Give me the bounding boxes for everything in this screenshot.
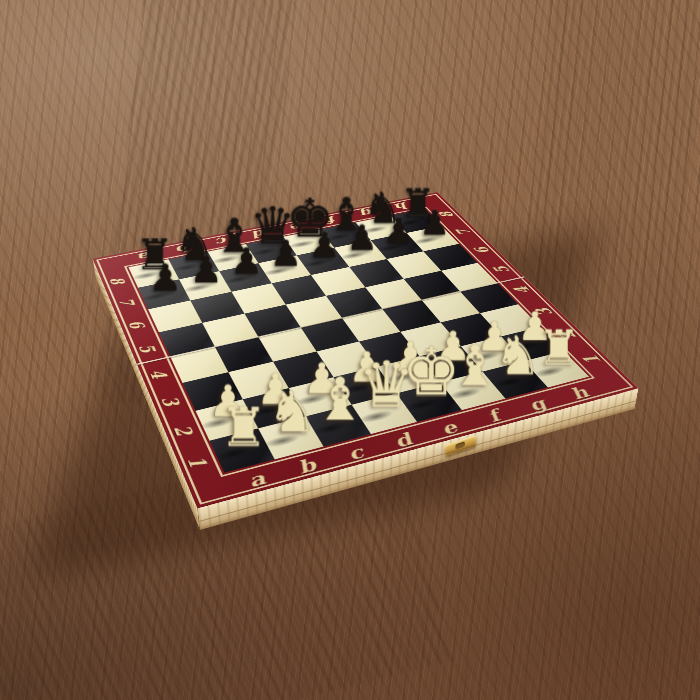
- photo-scene: abcdefgh abcdefgh 87654321 87654321 ♜♞♝♛…: [0, 0, 700, 700]
- piece-glyph: ♜: [192, 400, 296, 453]
- chess-board: abcdefgh abcdefgh 87654321 87654321 ♜♞♝♛…: [93, 192, 639, 508]
- perspective-wrapper: abcdefgh abcdefgh 87654321 87654321 ♜♞♝♛…: [0, 0, 700, 700]
